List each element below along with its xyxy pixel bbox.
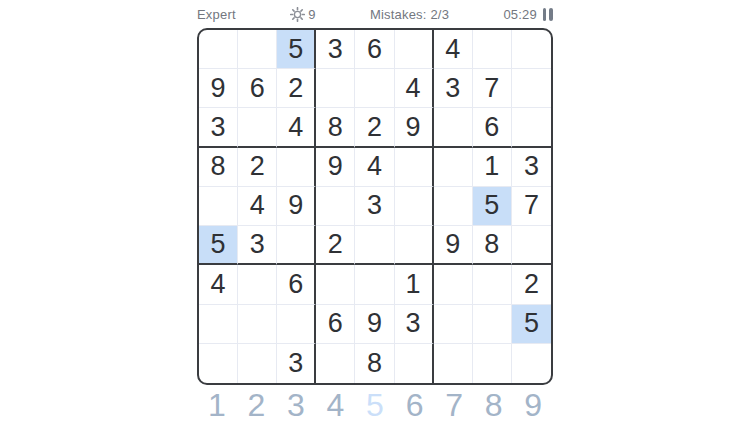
cell-r6c4[interactable]: 2 [316, 226, 355, 265]
cell-r9c7[interactable] [434, 344, 473, 383]
cell-r9c5[interactable]: 8 [355, 344, 394, 383]
cell-r8c3[interactable] [277, 305, 316, 344]
numpad-key-5[interactable]: 5 [355, 389, 395, 422]
number-pad: 123456789 [197, 389, 553, 422]
sudoku-app: Expert 9 Mistakes: 2/3 05:29 [197, 0, 553, 422]
pause-icon [543, 8, 553, 21]
cell-r9c4[interactable] [316, 344, 355, 383]
cell-r2c6[interactable]: 4 [395, 69, 434, 108]
cell-r5c5[interactable]: 3 [355, 187, 394, 226]
cell-r1c8[interactable] [473, 30, 512, 69]
cell-r2c3[interactable]: 2 [277, 69, 316, 108]
cell-r6c5[interactable] [355, 226, 394, 265]
top-bar: Expert 9 Mistakes: 2/3 05:29 [197, 5, 553, 23]
cell-r6c9[interactable] [512, 226, 551, 265]
hint-count: 9 [308, 7, 315, 22]
numpad-key-8[interactable]: 8 [474, 389, 514, 422]
cell-r6c6[interactable] [395, 226, 434, 265]
cell-r3c4[interactable]: 8 [316, 108, 355, 147]
cell-r8c6[interactable]: 3 [395, 305, 434, 344]
cell-r8c8[interactable] [473, 305, 512, 344]
cell-r8c9[interactable]: 5 [512, 305, 551, 344]
pause-button[interactable] [543, 8, 553, 21]
cell-r8c2[interactable] [238, 305, 277, 344]
cell-r3c9[interactable] [512, 108, 551, 147]
cell-r4c8[interactable]: 1 [473, 148, 512, 187]
cell-r1c3[interactable]: 5 [277, 30, 316, 69]
cell-r3c8[interactable]: 6 [473, 108, 512, 147]
cell-r1c1[interactable] [199, 30, 238, 69]
cell-r7c2[interactable] [238, 265, 277, 304]
numpad-key-1[interactable]: 1 [197, 389, 237, 422]
cell-r2c2[interactable]: 6 [238, 69, 277, 108]
numpad-key-9[interactable]: 9 [513, 389, 553, 422]
cell-r5c4[interactable] [316, 187, 355, 226]
cell-r2c7[interactable]: 3 [434, 69, 473, 108]
numpad-key-6[interactable]: 6 [395, 389, 435, 422]
cell-r8c1[interactable] [199, 305, 238, 344]
cell-r3c3[interactable]: 4 [277, 108, 316, 147]
cell-r5c2[interactable]: 4 [238, 187, 277, 226]
cell-r6c3[interactable] [277, 226, 316, 265]
sudoku-board: 5364962437348296829413493575329846126935… [197, 28, 553, 385]
cell-r9c3[interactable]: 3 [277, 344, 316, 383]
cell-r5c7[interactable] [434, 187, 473, 226]
cell-r9c8[interactable] [473, 344, 512, 383]
difficulty-label: Expert [197, 7, 236, 22]
cell-r5c3[interactable]: 9 [277, 187, 316, 226]
cell-r2c9[interactable] [512, 69, 551, 108]
timer-group: 05:29 [503, 7, 553, 22]
cell-r2c4[interactable] [316, 69, 355, 108]
cell-r5c1[interactable] [199, 187, 238, 226]
sun-burst-icon [290, 7, 305, 22]
numpad-key-4[interactable]: 4 [316, 389, 356, 422]
cell-r1c7[interactable]: 4 [434, 30, 473, 69]
cell-r4c6[interactable] [395, 148, 434, 187]
cell-r7c3[interactable]: 6 [277, 265, 316, 304]
cell-r7c4[interactable] [316, 265, 355, 304]
cell-r2c8[interactable]: 7 [473, 69, 512, 108]
cell-r6c1[interactable]: 5 [199, 226, 238, 265]
cell-r3c6[interactable]: 9 [395, 108, 434, 147]
cell-r1c5[interactable]: 6 [355, 30, 394, 69]
numpad-key-7[interactable]: 7 [434, 389, 474, 422]
cell-r5c8[interactable]: 5 [473, 187, 512, 226]
cell-r4c9[interactable]: 3 [512, 148, 551, 187]
cell-r1c6[interactable] [395, 30, 434, 69]
cell-r1c2[interactable] [238, 30, 277, 69]
cell-r3c1[interactable]: 3 [199, 108, 238, 147]
cell-r5c9[interactable]: 7 [512, 187, 551, 226]
cell-r1c4[interactable]: 3 [316, 30, 355, 69]
cell-r8c4[interactable]: 6 [316, 305, 355, 344]
mistakes-label: Mistakes: 2/3 [370, 7, 449, 22]
cell-r3c2[interactable] [238, 108, 277, 147]
hint-button[interactable]: 9 [290, 7, 315, 22]
cell-r9c2[interactable] [238, 344, 277, 383]
cell-r7c6[interactable]: 1 [395, 265, 434, 304]
cell-r4c3[interactable] [277, 148, 316, 187]
cell-r7c1[interactable]: 4 [199, 265, 238, 304]
cell-r7c5[interactable] [355, 265, 394, 304]
cell-r7c7[interactable] [434, 265, 473, 304]
cell-r4c1[interactable]: 8 [199, 148, 238, 187]
cell-r9c6[interactable] [395, 344, 434, 383]
cell-r4c5[interactable]: 4 [355, 148, 394, 187]
cell-r9c1[interactable] [199, 344, 238, 383]
cell-r1c9[interactable] [512, 30, 551, 69]
cell-r2c1[interactable]: 9 [199, 69, 238, 108]
cell-r5c6[interactable] [395, 187, 434, 226]
timer-label: 05:29 [503, 7, 537, 22]
cell-r6c7[interactable]: 9 [434, 226, 473, 265]
cell-r8c5[interactable]: 9 [355, 305, 394, 344]
cell-r6c2[interactable]: 3 [238, 226, 277, 265]
cell-r9c9[interactable] [512, 344, 551, 383]
numpad-key-2[interactable]: 2 [237, 389, 277, 422]
numpad-key-3[interactable]: 3 [276, 389, 316, 422]
cell-r7c8[interactable] [473, 265, 512, 304]
cell-r4c7[interactable] [434, 148, 473, 187]
cell-r3c5[interactable]: 2 [355, 108, 394, 147]
cell-r8c7[interactable] [434, 305, 473, 344]
cell-r6c8[interactable]: 8 [473, 226, 512, 265]
cell-r4c4[interactable]: 9 [316, 148, 355, 187]
cell-r4c2[interactable]: 2 [238, 148, 277, 187]
cell-r3c7[interactable] [434, 108, 473, 147]
cell-r7c9[interactable]: 2 [512, 265, 551, 304]
cell-r2c5[interactable] [355, 69, 394, 108]
